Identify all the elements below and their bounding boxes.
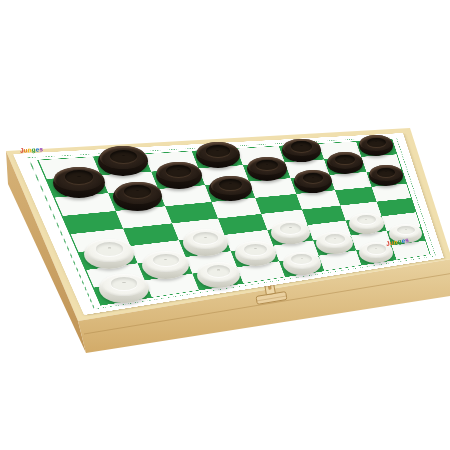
black-piece-b6[interactable] <box>113 182 162 211</box>
piece-center-dot <box>375 248 377 249</box>
piece-recess <box>303 173 324 183</box>
piece-center-dot <box>254 248 257 249</box>
piece-recess <box>207 265 231 276</box>
white-piece-e3[interactable] <box>271 221 310 245</box>
piece-top <box>144 251 188 272</box>
white-piece-c1[interactable] <box>197 262 240 288</box>
white-piece-b2[interactable] <box>142 251 189 279</box>
black-piece-c7[interactable] <box>156 162 202 190</box>
piece-recess <box>193 232 217 244</box>
piece-center-dot <box>365 219 367 220</box>
piece-center-dot <box>312 177 314 178</box>
piece-top <box>370 165 402 180</box>
piece-center-dot <box>204 237 207 238</box>
piece-top <box>54 167 103 191</box>
piece-center-dot <box>136 190 139 191</box>
piece-recess <box>280 223 301 233</box>
piece-recess <box>367 138 386 147</box>
piece-center-dot <box>77 176 80 177</box>
piece-top <box>284 252 320 270</box>
black-piece-e7[interactable] <box>247 157 288 181</box>
piece-top <box>236 241 275 260</box>
piece-center-dot <box>122 282 125 283</box>
piece-center-dot <box>217 269 220 270</box>
piece-center-dot <box>108 247 111 248</box>
black-piece-f8[interactable] <box>282 139 321 162</box>
white-piece-c3[interactable] <box>183 229 227 256</box>
brand-letter: s <box>39 145 43 152</box>
piece-recess <box>256 160 278 171</box>
black-piece-d6[interactable] <box>209 176 252 202</box>
piece-recess <box>357 215 376 224</box>
piece-center-dot <box>122 155 125 156</box>
piece-recess <box>244 244 266 255</box>
piece-recess <box>96 242 123 255</box>
white-piece-a1[interactable] <box>99 274 148 304</box>
piece-top <box>115 182 161 204</box>
piece-recess <box>153 254 178 266</box>
piece-recess <box>65 170 94 184</box>
piece-center-dot <box>216 150 219 151</box>
piece-center-dot <box>344 159 346 160</box>
black-piece-b8[interactable] <box>98 146 147 176</box>
piece-recess <box>291 254 312 264</box>
white-piece-e1[interactable] <box>283 252 322 275</box>
piece-center-dot <box>300 145 303 146</box>
white-piece-g3[interactable] <box>349 213 384 234</box>
white-piece-d2[interactable] <box>235 241 276 266</box>
piece-recess <box>335 155 355 165</box>
white-piece-a3[interactable] <box>84 239 134 269</box>
black-piece-g7[interactable] <box>327 152 363 174</box>
black-piece-a7[interactable] <box>53 167 105 198</box>
piece-recess <box>124 185 150 198</box>
piece-center-dot <box>229 183 232 184</box>
piece-center-dot <box>266 164 269 165</box>
piece-top <box>211 176 251 195</box>
product-photo-scene: Junges Junges <box>0 0 450 450</box>
piece-center-dot <box>405 229 407 230</box>
piece-center-dot <box>375 141 377 142</box>
piece-center-dot <box>289 227 292 228</box>
piece-center-dot <box>334 238 336 239</box>
piece-center-dot <box>385 171 387 172</box>
piece-recess <box>206 145 230 157</box>
piece-recess <box>397 226 415 235</box>
piece-recess <box>166 165 191 177</box>
piece-center-dot <box>301 258 304 259</box>
white-piece-f2[interactable] <box>316 232 353 254</box>
piece-center-dot <box>164 259 167 260</box>
black-piece-d8[interactable] <box>196 142 240 168</box>
black-piece-h6[interactable] <box>369 165 403 185</box>
piece-top <box>198 262 239 282</box>
piece-recess <box>325 234 345 244</box>
piece-recess <box>110 150 137 163</box>
piece-recess <box>377 168 396 177</box>
piece-top <box>295 170 331 187</box>
black-piece-h8[interactable] <box>359 135 394 156</box>
piece-top <box>86 239 133 262</box>
piece-recess <box>367 244 386 253</box>
piece-recess <box>219 179 242 190</box>
piece-top <box>350 213 383 229</box>
piece-recess <box>291 141 312 151</box>
piece-top <box>283 139 319 157</box>
piece-top <box>100 146 147 169</box>
piece-recess <box>111 277 138 290</box>
black-piece-f6[interactable] <box>294 170 332 193</box>
piece-center-dot <box>177 169 180 170</box>
piece-top <box>328 152 362 169</box>
